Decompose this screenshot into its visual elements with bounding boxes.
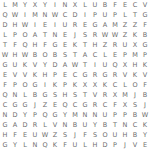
grid-cell[interactable]: D	[100, 140, 110, 150]
grid-cell[interactable]: K	[20, 60, 30, 70]
grid-cell[interactable]: L	[120, 80, 130, 90]
grid-cell[interactable]: P	[110, 110, 120, 120]
grid-cell[interactable]: F	[40, 40, 50, 50]
grid-cell[interactable]: Y	[60, 110, 70, 120]
grid-cell[interactable]: D	[10, 110, 20, 120]
grid-cell[interactable]: K	[50, 80, 60, 90]
grid-cell[interactable]: C	[110, 80, 120, 90]
grid-cell[interactable]: N	[50, 30, 60, 40]
grid-cell[interactable]: P	[120, 110, 130, 120]
grid-cell[interactable]: T	[40, 30, 50, 40]
grid-cell[interactable]: T	[80, 60, 90, 70]
grid-cell[interactable]: N	[60, 120, 70, 130]
grid-cell[interactable]: M	[10, 0, 20, 10]
grid-cell[interactable]: Q	[110, 60, 120, 70]
grid-cell[interactable]: Y	[20, 110, 30, 120]
grid-cell[interactable]: Q	[40, 110, 50, 120]
grid-cell[interactable]: Z	[50, 130, 60, 140]
grid-cell[interactable]: E	[80, 20, 90, 30]
grid-cell[interactable]: F	[140, 20, 150, 30]
grid-cell[interactable]: V	[20, 70, 30, 80]
grid-cell[interactable]: K	[70, 80, 80, 90]
grid-cell[interactable]: N	[120, 120, 130, 130]
grid-cell[interactable]: R	[110, 40, 120, 50]
grid-cell[interactable]: H	[30, 40, 40, 50]
grid-cell[interactable]: S	[60, 130, 70, 140]
grid-cell[interactable]: H	[10, 50, 20, 60]
grid-cell[interactable]: V	[30, 60, 40, 70]
grid-cell[interactable]: S	[60, 50, 70, 60]
grid-cell[interactable]: G	[50, 110, 60, 120]
grid-cell[interactable]: A	[60, 60, 70, 70]
grid-cell[interactable]: K	[100, 80, 110, 90]
grid-cell[interactable]: O	[20, 80, 30, 90]
grid-cell[interactable]: W	[100, 30, 110, 40]
grid-cell[interactable]: X	[110, 90, 120, 100]
grid-cell[interactable]: F	[10, 40, 20, 50]
grid-cell[interactable]: T	[70, 50, 80, 60]
grid-cell[interactable]: N	[60, 0, 70, 10]
grid-cell[interactable]: M	[130, 50, 140, 60]
grid-cell[interactable]: B	[140, 90, 150, 100]
grid-cell[interactable]: O	[100, 130, 110, 140]
grid-cell[interactable]: A	[10, 120, 20, 130]
grid-cell[interactable]: T	[110, 120, 120, 130]
grid-cell[interactable]: P	[110, 140, 120, 150]
grid-cell[interactable]: E	[120, 0, 130, 10]
grid-cell[interactable]: G	[20, 100, 30, 110]
grid-cell[interactable]: O	[40, 50, 50, 60]
grid-cell[interactable]: V	[50, 120, 60, 130]
grid-cell[interactable]: T	[80, 40, 90, 50]
grid-cell[interactable]: U	[80, 120, 90, 130]
grid-cell[interactable]: J	[140, 100, 150, 110]
grid-cell[interactable]: F	[110, 0, 120, 10]
grid-cell[interactable]: G	[0, 120, 10, 130]
grid-cell[interactable]: B	[140, 30, 150, 40]
grid-cell[interactable]: V	[120, 70, 130, 80]
grid-cell[interactable]: Y	[40, 0, 50, 10]
grid-cell[interactable]: W	[140, 110, 150, 120]
grid-cell[interactable]: S	[90, 130, 100, 140]
grid-cell[interactable]: W	[10, 10, 20, 20]
grid-cell[interactable]: C	[60, 10, 70, 20]
grid-cell[interactable]: L	[80, 0, 90, 10]
grid-cell[interactable]: H	[90, 140, 100, 150]
grid-cell[interactable]: B	[30, 50, 40, 60]
grid-cell[interactable]: F	[0, 80, 10, 90]
grid-cell[interactable]: W	[20, 50, 30, 60]
grid-cell[interactable]: Z	[120, 30, 130, 40]
grid-cell[interactable]: W	[40, 130, 50, 140]
grid-cell[interactable]: R	[90, 70, 100, 80]
grid-cell[interactable]: K	[70, 40, 80, 50]
grid-cell[interactable]: G	[10, 100, 20, 110]
grid-cell[interactable]: P	[110, 10, 120, 20]
grid-cell[interactable]: E	[0, 70, 10, 80]
grid-cell[interactable]: P	[60, 80, 70, 90]
grid-cell[interactable]: P	[30, 110, 40, 120]
grid-cell[interactable]: F	[80, 130, 90, 140]
grid-cell[interactable]: F	[110, 100, 120, 110]
grid-cell[interactable]: O	[20, 30, 30, 40]
grid-cell[interactable]: Q	[40, 140, 50, 150]
grid-cell[interactable]: U	[60, 20, 70, 30]
grid-cell[interactable]: N	[0, 110, 10, 120]
grid-cell[interactable]: H	[0, 130, 10, 140]
grid-cell[interactable]: L	[40, 120, 50, 130]
grid-cell[interactable]: P	[90, 10, 100, 20]
grid-cell[interactable]: O	[130, 80, 140, 90]
grid-cell[interactable]: A	[100, 20, 110, 30]
grid-cell[interactable]: A	[80, 50, 90, 60]
grid-cell[interactable]: L	[0, 30, 10, 40]
grid-cell[interactable]: J	[30, 100, 40, 110]
grid-cell[interactable]: Z	[100, 40, 110, 50]
grid-cell[interactable]: X	[130, 40, 140, 50]
grid-cell[interactable]: I	[50, 0, 60, 10]
grid-cell[interactable]: V	[130, 140, 140, 150]
grid-cell[interactable]: H	[90, 40, 100, 50]
grid-cell[interactable]: U	[90, 0, 100, 10]
grid-cell[interactable]: B	[100, 120, 110, 130]
grid-cell[interactable]: X	[30, 0, 40, 10]
grid-cell[interactable]: W	[110, 30, 120, 40]
grid-cell[interactable]: I	[80, 10, 90, 20]
grid-cell[interactable]: G	[50, 40, 60, 50]
grid-cell[interactable]: F	[60, 140, 70, 150]
grid-cell[interactable]: L	[120, 10, 130, 20]
grid-cell[interactable]: B	[50, 50, 60, 60]
grid-cell[interactable]: C	[0, 100, 10, 110]
grid-cell[interactable]: Q	[20, 40, 30, 50]
grid-cell[interactable]: S	[70, 90, 80, 100]
grid-cell[interactable]: V	[10, 70, 20, 80]
grid-cell[interactable]: L	[80, 140, 90, 150]
grid-cell[interactable]: G	[140, 10, 150, 20]
grid-cell[interactable]: W	[50, 10, 60, 20]
grid-cell[interactable]: E	[20, 130, 30, 140]
grid-cell[interactable]: V	[140, 70, 150, 80]
grid-cell[interactable]: H	[130, 60, 140, 70]
grid-cell[interactable]: P	[50, 70, 60, 80]
grid-cell[interactable]: Y	[90, 120, 100, 130]
grid-cell[interactable]: V	[140, 0, 150, 10]
grid-cell[interactable]: L	[0, 0, 10, 10]
grid-cell[interactable]: I	[30, 20, 40, 30]
grid-cell[interactable]: J	[70, 30, 80, 40]
grid-cell[interactable]: P	[140, 50, 150, 60]
grid-cell[interactable]: Z	[130, 20, 140, 30]
grid-cell[interactable]: Y	[10, 140, 20, 150]
grid-cell[interactable]: E	[50, 100, 60, 110]
grid-cell[interactable]: K	[130, 70, 140, 80]
grid-cell[interactable]: R	[100, 90, 110, 100]
grid-cell[interactable]: W	[20, 20, 30, 30]
grid-cell[interactable]: K	[130, 30, 140, 40]
grid-cell[interactable]: B	[30, 90, 40, 100]
grid-cell[interactable]: B	[130, 110, 140, 120]
grid-cell[interactable]: D	[70, 10, 80, 20]
grid-cell[interactable]: P	[10, 30, 20, 40]
grid-cell[interactable]: Y	[20, 0, 30, 10]
grid-cell[interactable]: M	[70, 110, 80, 120]
grid-cell[interactable]: G	[0, 60, 10, 70]
grid-cell[interactable]: H	[60, 90, 70, 100]
grid-cell[interactable]: U	[100, 10, 110, 20]
grid-cell[interactable]: H	[120, 130, 130, 140]
grid-cell[interactable]: Z	[120, 20, 130, 30]
grid-cell[interactable]: N	[10, 90, 20, 100]
grid-cell[interactable]: Y	[140, 130, 150, 140]
grid-cell[interactable]: T	[130, 10, 140, 20]
grid-cell[interactable]: M	[120, 90, 130, 100]
grid-cell[interactable]: G	[100, 70, 110, 80]
grid-cell[interactable]: N	[80, 110, 90, 120]
grid-cell[interactable]: X	[70, 0, 80, 10]
grid-cell[interactable]: D	[50, 60, 60, 70]
grid-cell[interactable]: U	[70, 140, 80, 150]
word-search-grid: LMYXYINXLUBFECVQWIMNWCDIPUPLTGDHWIEIUREG…	[0, 0, 150, 150]
grid-cell[interactable]: X	[90, 80, 100, 90]
grid-cell[interactable]: X	[120, 60, 130, 70]
grid-cell[interactable]: C	[130, 0, 140, 10]
grid-cell[interactable]: I	[40, 80, 50, 90]
grid-cell[interactable]: R	[30, 120, 40, 130]
grid-cell[interactable]: W	[70, 60, 80, 70]
grid-cell[interactable]: R	[90, 100, 100, 110]
grid-cell[interactable]: G	[90, 20, 100, 30]
grid-cell[interactable]: F	[140, 80, 150, 90]
grid-cell[interactable]: X	[80, 80, 90, 90]
grid-cell[interactable]: N	[90, 110, 100, 120]
grid-cell[interactable]: H	[40, 70, 50, 80]
grid-cell[interactable]: G	[140, 40, 150, 50]
grid-cell[interactable]: W	[0, 50, 10, 60]
grid-cell[interactable]: N	[30, 140, 40, 150]
grid-cell[interactable]: P	[120, 50, 130, 60]
grid-cell[interactable]: G	[80, 100, 90, 110]
grid-cell[interactable]: C	[70, 70, 80, 80]
grid-cell[interactable]: U	[100, 110, 110, 120]
grid-cell[interactable]: L	[20, 90, 30, 100]
grid-cell[interactable]: E	[140, 140, 150, 150]
grid-cell[interactable]: H	[10, 20, 20, 30]
grid-cell[interactable]: J	[70, 130, 80, 140]
grid-cell[interactable]: U	[30, 130, 40, 140]
grid-cell[interactable]: N	[40, 10, 50, 20]
grid-cell[interactable]: I	[90, 60, 100, 70]
grid-cell[interactable]: Q	[0, 10, 10, 20]
grid-cell[interactable]: L	[20, 140, 30, 150]
grid-cell[interactable]: K	[30, 70, 40, 80]
grid-cell[interactable]: E	[60, 30, 70, 40]
grid-cell[interactable]: R	[90, 30, 100, 40]
grid-cell[interactable]: R	[110, 70, 120, 80]
grid-cell[interactable]: B	[130, 130, 140, 140]
grid-cell[interactable]: P	[10, 80, 20, 90]
grid-cell[interactable]: L	[100, 50, 110, 60]
grid-cell[interactable]: S	[80, 30, 90, 40]
grid-cell[interactable]: X	[120, 100, 130, 110]
grid-cell[interactable]: U	[120, 40, 130, 50]
grid-cell[interactable]: G	[80, 70, 90, 80]
grid-cell[interactable]: B	[70, 120, 80, 130]
grid-cell[interactable]: M	[30, 10, 40, 20]
grid-cell[interactable]: B	[100, 0, 110, 10]
grid-cell[interactable]: F	[10, 130, 20, 140]
grid-cell[interactable]: Z	[40, 100, 50, 110]
grid-cell[interactable]: D	[20, 120, 30, 130]
grid-cell[interactable]: I	[50, 20, 60, 30]
grid-cell[interactable]: C	[90, 50, 100, 60]
grid-cell[interactable]: K	[140, 60, 150, 70]
grid-cell[interactable]: T	[0, 40, 10, 50]
grid-cell[interactable]: D	[0, 20, 10, 30]
grid-cell[interactable]: M	[110, 20, 120, 30]
grid-cell[interactable]: C	[100, 100, 110, 110]
grid-cell[interactable]: C	[70, 100, 80, 110]
grid-cell[interactable]: A	[30, 30, 40, 40]
grid-cell[interactable]: V	[90, 90, 100, 100]
grid-cell[interactable]: G	[0, 140, 10, 150]
grid-cell[interactable]: Y	[40, 60, 50, 70]
grid-cell[interactable]: S	[130, 100, 140, 110]
grid-cell[interactable]: K	[50, 140, 60, 150]
grid-cell[interactable]: U	[10, 60, 20, 70]
grid-cell[interactable]: E	[110, 50, 120, 60]
grid-cell[interactable]: U	[100, 60, 110, 70]
grid-cell[interactable]: S	[50, 90, 60, 100]
grid-cell[interactable]: E	[60, 40, 70, 50]
grid-cell[interactable]: Q	[0, 90, 10, 100]
grid-cell[interactable]: J	[130, 90, 140, 100]
grid-cell[interactable]: C	[130, 120, 140, 130]
grid-cell[interactable]: E	[40, 20, 50, 30]
grid-cell[interactable]: J	[120, 140, 130, 150]
grid-cell[interactable]: G	[40, 90, 50, 100]
grid-cell[interactable]: E	[60, 70, 70, 80]
grid-cell[interactable]: I	[20, 10, 30, 20]
grid-cell[interactable]: U	[110, 130, 120, 140]
grid-cell[interactable]: Q	[60, 100, 70, 110]
grid-cell[interactable]: R	[70, 20, 80, 30]
grid-cell[interactable]: K	[140, 120, 150, 130]
grid-cell[interactable]: G	[30, 80, 40, 90]
grid-cell[interactable]: T	[80, 90, 90, 100]
